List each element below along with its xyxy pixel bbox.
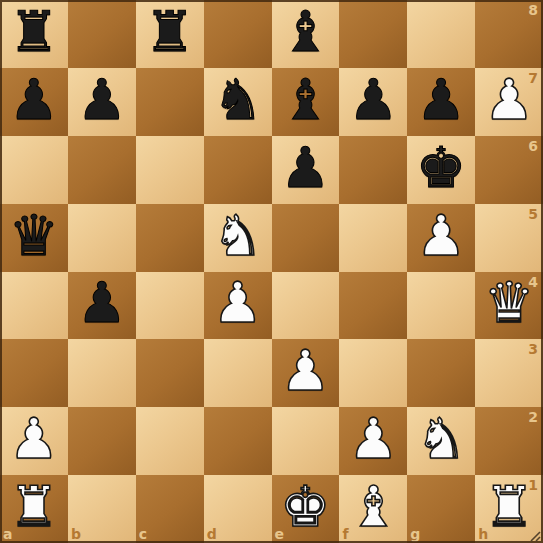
square-f1[interactable]: ♝f [339,475,407,543]
square-f7[interactable]: ♟ [339,68,407,136]
resize-handle-icon[interactable] [527,527,541,541]
piece-black-pawn-b7[interactable]: ♟ [77,72,127,128]
piece-black-pawn-f7[interactable]: ♟ [348,72,398,128]
square-f5[interactable] [339,204,407,272]
square-e6[interactable]: ♟ [272,136,340,204]
piece-white-rook-a1[interactable]: ♜ [9,479,59,535]
square-a1[interactable]: ♜a [0,475,68,543]
square-c2[interactable] [136,407,204,475]
square-d5[interactable]: ♞ [204,204,272,272]
square-f4[interactable] [339,272,407,340]
piece-black-king-g6[interactable]: ♚ [416,140,466,196]
square-h3[interactable]: 3 [475,339,543,407]
piece-white-king-e1[interactable]: ♚ [280,479,330,535]
file-label-c: c [139,527,147,541]
piece-black-bishop-e8[interactable]: ♝ [280,4,330,60]
square-g7[interactable]: ♟ [407,68,475,136]
file-label-g: g [410,527,420,541]
square-c3[interactable] [136,339,204,407]
piece-black-rook-a8[interactable]: ♜ [9,4,59,60]
square-b3[interactable] [68,339,136,407]
file-label-d: d [207,527,217,541]
square-g8[interactable] [407,0,475,68]
square-g1[interactable]: g [407,475,475,543]
piece-black-pawn-g7[interactable]: ♟ [416,72,466,128]
square-f8[interactable] [339,0,407,68]
piece-white-knight-d5[interactable]: ♞ [212,208,262,264]
chess-board[interactable]: ♜♜♝8♟♟♞♝♟♟♟7♟♚6♛♞♟5♟♟♛4♟3♟♟♞2♜abcd♚e♝fg♜… [0,0,543,543]
piece-white-pawn-f2[interactable]: ♟ [348,411,398,467]
rank-label-5: 5 [528,207,538,221]
square-c1[interactable]: c [136,475,204,543]
piece-white-pawn-a2[interactable]: ♟ [9,411,59,467]
square-g2[interactable]: ♞ [407,407,475,475]
piece-black-pawn-b4[interactable]: ♟ [77,275,127,331]
square-d1[interactable]: d [204,475,272,543]
rank-label-8: 8 [528,3,538,17]
square-g3[interactable] [407,339,475,407]
square-h8[interactable]: 8 [475,0,543,68]
square-c4[interactable] [136,272,204,340]
square-d7[interactable]: ♞ [204,68,272,136]
piece-white-pawn-e3[interactable]: ♟ [280,343,330,399]
square-d4[interactable]: ♟ [204,272,272,340]
square-b7[interactable]: ♟ [68,68,136,136]
square-c8[interactable]: ♜ [136,0,204,68]
square-b6[interactable] [68,136,136,204]
piece-white-knight-g2[interactable]: ♞ [416,411,466,467]
square-e7[interactable]: ♝ [272,68,340,136]
square-c5[interactable] [136,204,204,272]
square-h5[interactable]: 5 [475,204,543,272]
square-a5[interactable]: ♛ [0,204,68,272]
square-e5[interactable] [272,204,340,272]
square-g4[interactable] [407,272,475,340]
piece-black-pawn-a7[interactable]: ♟ [9,72,59,128]
piece-black-bishop-e7[interactable]: ♝ [280,72,330,128]
file-label-b: b [71,527,81,541]
piece-white-pawn-h7[interactable]: ♟ [484,72,534,128]
square-e8[interactable]: ♝ [272,0,340,68]
piece-black-knight-d7[interactable]: ♞ [212,72,262,128]
piece-black-pawn-e6[interactable]: ♟ [280,140,330,196]
square-b5[interactable] [68,204,136,272]
piece-white-pawn-d4[interactable]: ♟ [212,275,262,331]
piece-black-queen-a5[interactable]: ♛ [9,208,59,264]
square-a4[interactable] [0,272,68,340]
square-d8[interactable] [204,0,272,68]
piece-white-queen-h4[interactable]: ♛ [484,275,534,331]
piece-white-bishop-f1[interactable]: ♝ [348,479,398,535]
square-f3[interactable] [339,339,407,407]
square-f6[interactable] [339,136,407,204]
piece-white-pawn-g5[interactable]: ♟ [416,208,466,264]
square-a3[interactable] [0,339,68,407]
square-a6[interactable] [0,136,68,204]
square-b1[interactable]: b [68,475,136,543]
square-d6[interactable] [204,136,272,204]
square-a8[interactable]: ♜ [0,0,68,68]
square-a7[interactable]: ♟ [0,68,68,136]
square-b2[interactable] [68,407,136,475]
piece-black-rook-c8[interactable]: ♜ [145,4,195,60]
square-h6[interactable]: 6 [475,136,543,204]
square-b4[interactable]: ♟ [68,272,136,340]
rank-label-2: 2 [528,410,538,424]
square-g5[interactable]: ♟ [407,204,475,272]
square-d3[interactable] [204,339,272,407]
square-h4[interactable]: ♛4 [475,272,543,340]
square-c7[interactable] [136,68,204,136]
square-g6[interactable]: ♚ [407,136,475,204]
square-f2[interactable]: ♟ [339,407,407,475]
square-e2[interactable] [272,407,340,475]
square-c6[interactable] [136,136,204,204]
square-e4[interactable] [272,272,340,340]
square-h7[interactable]: ♟7 [475,68,543,136]
rank-label-3: 3 [528,342,538,356]
rank-label-6: 6 [528,139,538,153]
square-d2[interactable] [204,407,272,475]
square-a2[interactable]: ♟ [0,407,68,475]
square-e1[interactable]: ♚e [272,475,340,543]
square-b8[interactable] [68,0,136,68]
square-e3[interactable]: ♟ [272,339,340,407]
chess-board-container: ♜♜♝8♟♟♞♝♟♟♟7♟♚6♛♞♟5♟♟♛4♟3♟♟♞2♜abcd♚e♝fg♜… [0,0,543,543]
square-h2[interactable]: 2 [475,407,543,475]
